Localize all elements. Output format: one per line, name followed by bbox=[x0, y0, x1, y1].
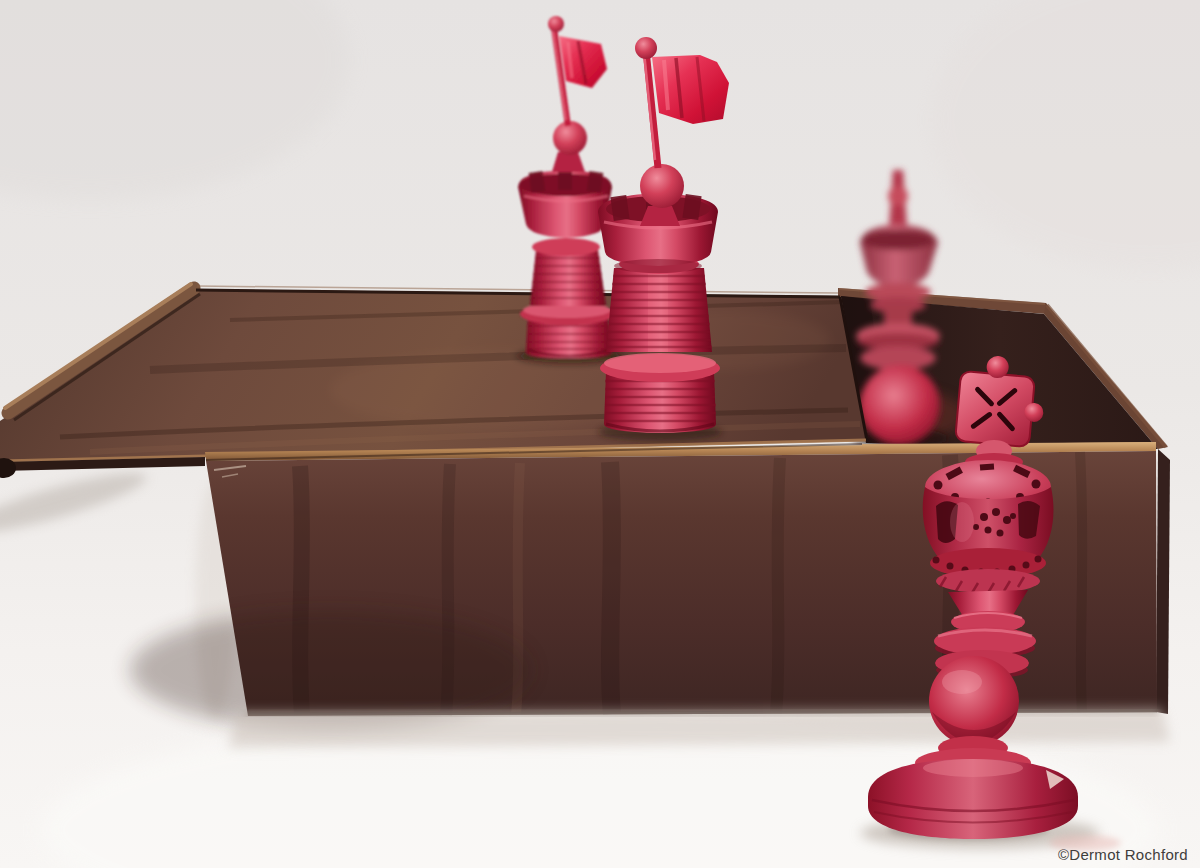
inside-piece-ball-knop bbox=[860, 365, 940, 445]
watermark-credit: ©Dermot Rochford bbox=[1058, 846, 1188, 863]
photo-illustration bbox=[0, 0, 1200, 868]
box-right-side-face bbox=[1156, 449, 1170, 714]
box-floor-shadow bbox=[228, 708, 1170, 748]
photo-scene: ©Dermot Rochford bbox=[0, 0, 1200, 868]
